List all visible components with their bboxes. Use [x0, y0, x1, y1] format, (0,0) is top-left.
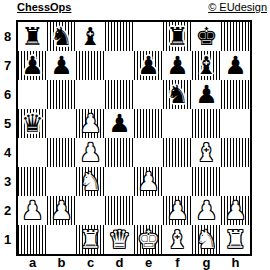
square-e1: ♚ [134, 225, 163, 254]
piece-black-pawn-g6: ♟ [192, 80, 221, 109]
rank-label-6: 6 [0, 80, 15, 109]
square-g1: ♞ [192, 225, 221, 254]
piece-black-pawn-f7: ♟ [163, 51, 192, 80]
square-g2: ♟ [192, 196, 221, 225]
square-e5 [134, 109, 163, 138]
piece-white-king-e1: ♚ [134, 225, 163, 254]
square-f2: ♟ [163, 196, 192, 225]
square-b7: ♟ [47, 51, 76, 80]
square-d5: ♟ [105, 109, 134, 138]
square-e8 [134, 22, 163, 51]
piece-white-pawn-e3: ♟ [134, 167, 163, 196]
square-d3 [105, 167, 134, 196]
rank-label-2: 2 [0, 196, 15, 225]
piece-black-rook-f8: ♜ [163, 22, 192, 51]
piece-black-pawn-e7: ♟ [134, 51, 163, 80]
square-e7: ♟ [134, 51, 163, 80]
square-f5 [163, 109, 192, 138]
square-g7: ♝ [192, 51, 221, 80]
square-f8: ♜ [163, 22, 192, 51]
piece-black-pawn-h7: ♟ [221, 51, 250, 80]
square-a2: ♟ [18, 196, 47, 225]
piece-black-pawn-d5: ♟ [105, 109, 134, 138]
square-g5 [192, 109, 221, 138]
piece-white-pawn-a2: ♟ [18, 196, 47, 225]
piece-black-queen-a5: ♛ [18, 109, 47, 138]
square-c3: ♞ [76, 167, 105, 196]
app-title-link[interactable]: ChessOps [17, 1, 71, 13]
piece-white-knight-c3: ♞ [76, 167, 105, 196]
square-c5: ♟ [76, 109, 105, 138]
file-label-h: h [221, 256, 250, 269]
piece-white-pawn-g2: ♟ [192, 196, 221, 225]
square-f7: ♟ [163, 51, 192, 80]
file-label-b: b [47, 256, 76, 269]
file-label-e: e [134, 256, 163, 269]
square-g4: ♝ [192, 138, 221, 167]
square-d7 [105, 51, 134, 80]
file-label-f: f [163, 256, 192, 269]
square-e4 [134, 138, 163, 167]
square-d8 [105, 22, 134, 51]
piece-white-rook-c1: ♜ [76, 225, 105, 254]
chessops-page: { "game": "chess", "position": "rnb2rk1/… [0, 0, 270, 270]
file-label-c: c [76, 256, 105, 269]
piece-white-pawn-f2: ♟ [163, 196, 192, 225]
piece-white-pawn-b2: ♟ [47, 196, 76, 225]
square-c6 [76, 80, 105, 109]
square-h4 [221, 138, 250, 167]
square-d2 [105, 196, 134, 225]
piece-white-queen-d1: ♛ [105, 225, 134, 254]
piece-black-bishop-c8: ♝ [76, 22, 105, 51]
rank-label-8: 8 [0, 22, 15, 51]
square-h7: ♟ [221, 51, 250, 80]
square-a3 [18, 167, 47, 196]
square-h6 [221, 80, 250, 109]
square-c2 [76, 196, 105, 225]
square-b3 [47, 167, 76, 196]
square-c4: ♟ [76, 138, 105, 167]
file-labels: abcdefgh [18, 256, 250, 269]
square-g8: ♚ [192, 22, 221, 51]
square-a4 [18, 138, 47, 167]
square-b8: ♞ [47, 22, 76, 51]
square-a7: ♟ [18, 51, 47, 80]
square-a8: ♜ [18, 22, 47, 51]
square-a1 [18, 225, 47, 254]
square-b5 [47, 109, 76, 138]
square-f4 [163, 138, 192, 167]
credit-link[interactable]: © EUdesign [208, 1, 267, 13]
square-e6 [134, 80, 163, 109]
piece-black-bishop-g7: ♝ [192, 51, 221, 80]
square-h3 [221, 167, 250, 196]
square-c8: ♝ [76, 22, 105, 51]
square-e2 [134, 196, 163, 225]
square-h2: ♟ [221, 196, 250, 225]
square-h1: ♜ [221, 225, 250, 254]
square-a6 [18, 80, 47, 109]
chess-board-frame: ♜♞♝♜♚♟♟♟♟♝♟♞♟♛♟♟♟♝♞♟♟♟♟♟♟♜♛♚♝♞♜ [16, 20, 252, 256]
file-label-a: a [18, 256, 47, 269]
square-g6: ♟ [192, 80, 221, 109]
square-h8 [221, 22, 250, 51]
square-d1: ♛ [105, 225, 134, 254]
square-b6 [47, 80, 76, 109]
rank-label-1: 1 [0, 225, 15, 254]
piece-black-king-g8: ♚ [192, 22, 221, 51]
rank-label-4: 4 [0, 138, 15, 167]
piece-white-pawn-c4: ♟ [76, 138, 105, 167]
square-b2: ♟ [47, 196, 76, 225]
rank-labels: 87654321 [0, 22, 15, 254]
file-label-g: g [192, 256, 221, 269]
piece-white-pawn-h2: ♟ [221, 196, 250, 225]
square-d6 [105, 80, 134, 109]
square-c7 [76, 51, 105, 80]
piece-white-pawn-c5: ♟ [76, 109, 105, 138]
square-f3 [163, 167, 192, 196]
rank-label-7: 7 [0, 51, 15, 80]
file-label-d: d [105, 256, 134, 269]
square-f1: ♝ [163, 225, 192, 254]
piece-white-bishop-g4: ♝ [192, 138, 221, 167]
square-b1 [47, 225, 76, 254]
rank-label-5: 5 [0, 109, 15, 138]
piece-black-knight-b8: ♞ [47, 22, 76, 51]
square-e3: ♟ [134, 167, 163, 196]
square-d4 [105, 138, 134, 167]
piece-black-pawn-a7: ♟ [18, 51, 47, 80]
square-a5: ♛ [18, 109, 47, 138]
piece-white-knight-g1: ♞ [192, 225, 221, 254]
piece-white-bishop-f1: ♝ [163, 225, 192, 254]
rank-label-3: 3 [0, 167, 15, 196]
piece-black-knight-f6: ♞ [163, 80, 192, 109]
square-h5 [221, 109, 250, 138]
square-c1: ♜ [76, 225, 105, 254]
square-g3 [192, 167, 221, 196]
square-b4 [47, 138, 76, 167]
piece-white-rook-h1: ♜ [221, 225, 250, 254]
square-f6: ♞ [163, 80, 192, 109]
piece-black-rook-a8: ♜ [18, 22, 47, 51]
piece-black-pawn-b7: ♟ [47, 51, 76, 80]
chess-board: ♜♞♝♜♚♟♟♟♟♝♟♞♟♛♟♟♟♝♞♟♟♟♟♟♟♜♛♚♝♞♜ [18, 22, 250, 254]
